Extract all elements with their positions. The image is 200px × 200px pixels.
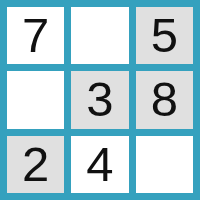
cell-r1c2[interactable]: 8 — [136, 71, 193, 128]
cell-r1c1[interactable]: 3 — [71, 71, 128, 128]
sudoku-board: 7 5 3 8 2 4 — [0, 0, 200, 200]
cell-r2c1[interactable]: 4 — [71, 136, 128, 193]
cell-r1c0[interactable] — [7, 71, 64, 128]
cell-r0c2[interactable]: 5 — [136, 7, 193, 64]
cell-r0c1[interactable] — [71, 7, 128, 64]
cell-r0c0[interactable]: 7 — [7, 7, 64, 64]
cell-r2c0[interactable]: 2 — [7, 136, 64, 193]
cell-r2c2[interactable] — [136, 136, 193, 193]
